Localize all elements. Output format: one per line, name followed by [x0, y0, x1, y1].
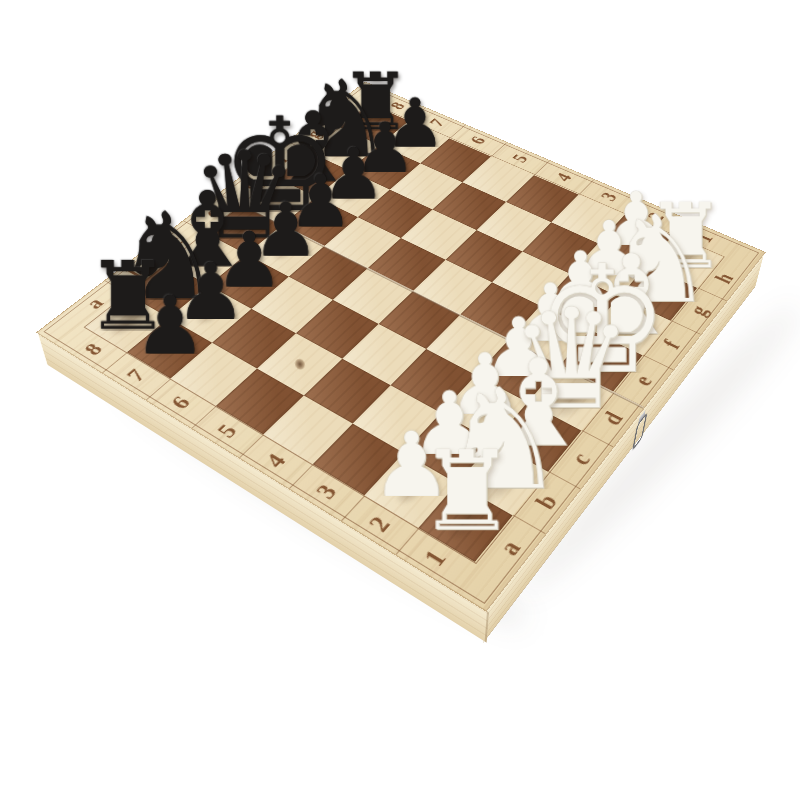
- chess-scene: abcdefgh abcdefgh 87654321 87654321 ♜♞♟♝…: [0, 0, 800, 800]
- chess-board: abcdefgh abcdefgh 87654321 87654321 ♜♞♟♝…: [36, 81, 766, 611]
